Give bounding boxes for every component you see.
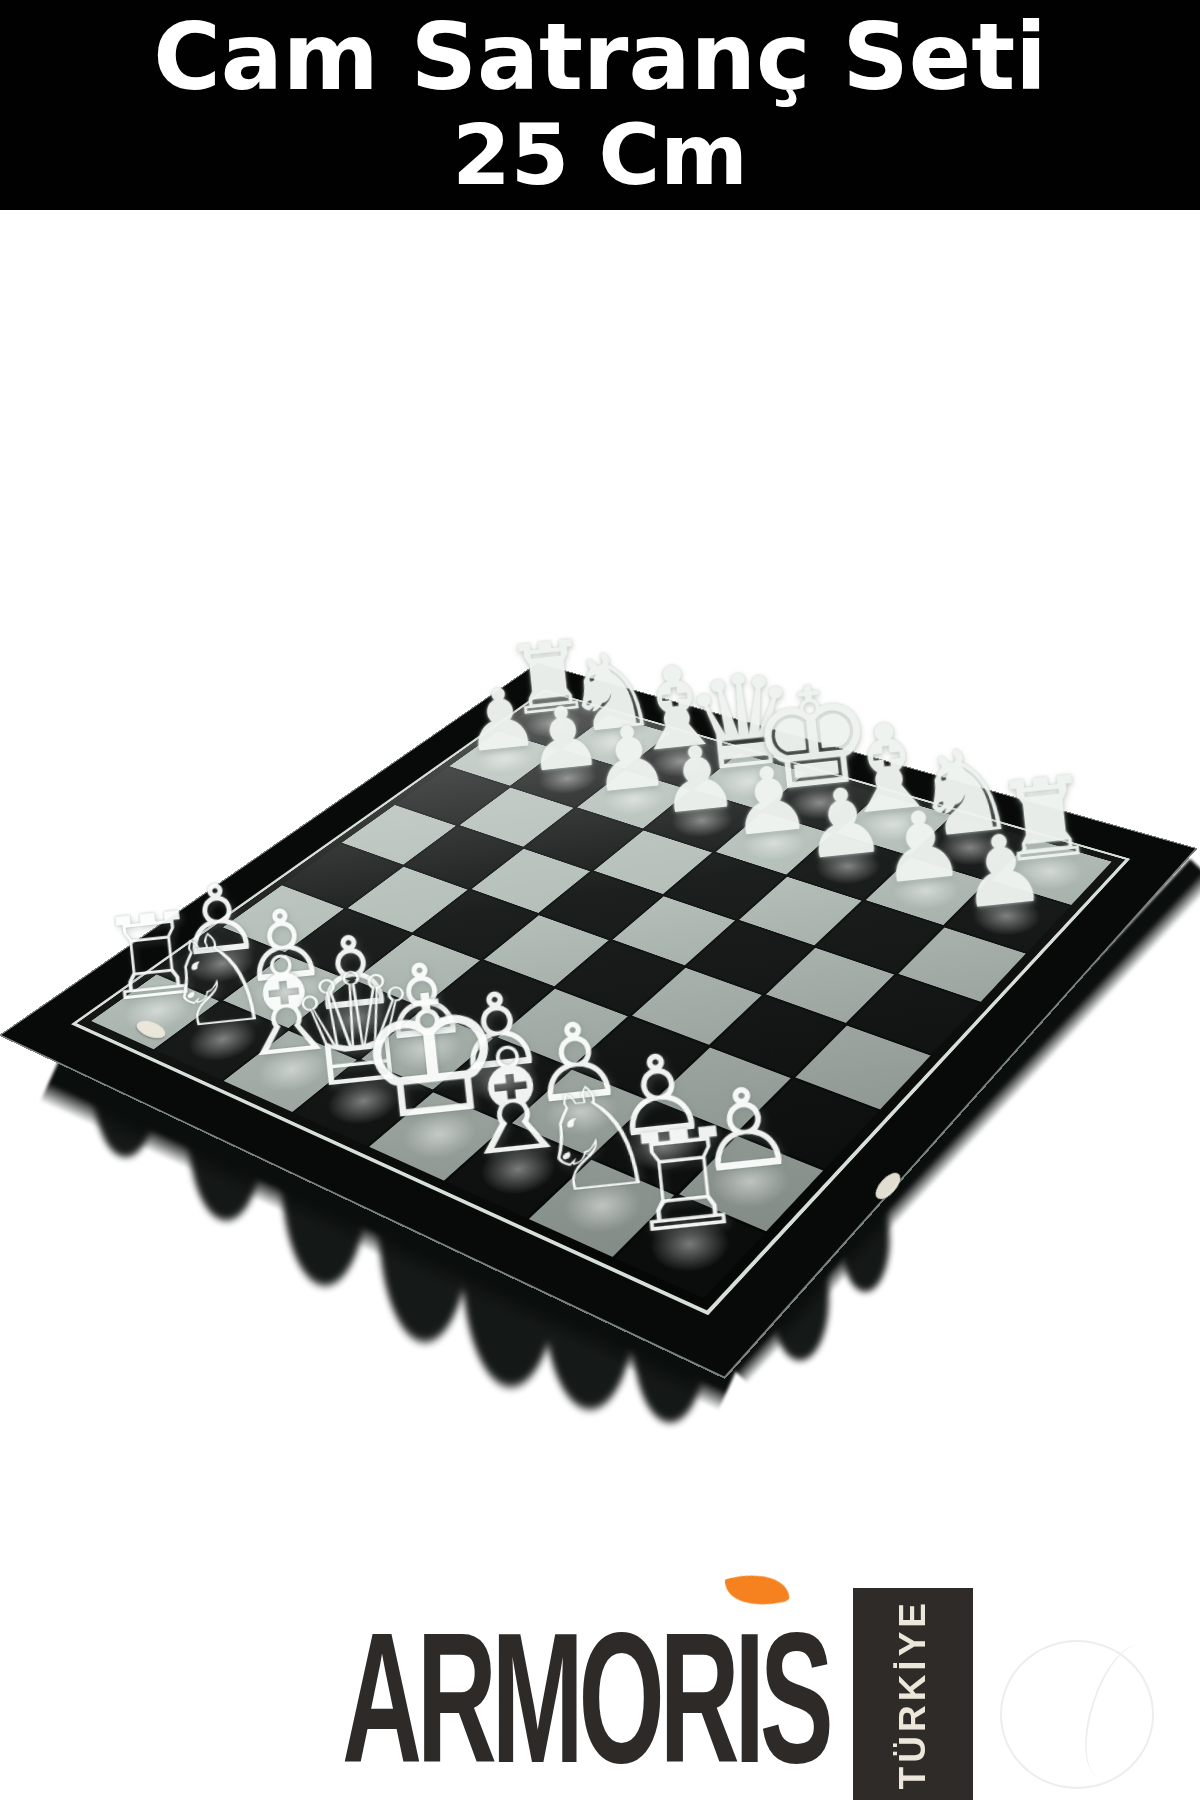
watermark-decoration <box>992 1632 1162 1797</box>
product-title-line2: 25 Cm <box>0 108 1200 202</box>
title-banner: Cam Satranç Seti 25 Cm <box>0 0 1200 210</box>
product-title-line1: Cam Satranç Seti <box>0 0 1200 108</box>
country-box: TÜRKİYE <box>853 1588 973 1800</box>
brand-text-prefix: ARMOR <box>342 1612 734 1784</box>
brand-logo: ARMOR I S <box>342 1612 828 1784</box>
brand-text-suffix: S <box>760 1612 829 1784</box>
brand-letter-i: I <box>734 1612 759 1784</box>
product-image-page: Cam Satranç Seti 25 Cm ♖♘♗♕♔♗♘♖♙♙♙♙♙♙♙♙♟… <box>0 0 1200 1800</box>
country-label: TÜRKİYE <box>892 1599 934 1789</box>
board-photo-scene: ♖♘♗♕♔♗♘♖♙♙♙♙♙♙♙♙♟♟♟♟♟♟♟♟♜♞♝♛♚♝♞♜ <box>0 300 1200 1560</box>
chess-board-wrap: ♖♘♗♕♔♗♘♖♙♙♙♙♙♙♙♙♟♟♟♟♟♟♟♟♜♞♝♛♚♝♞♜ <box>137 467 1082 1412</box>
